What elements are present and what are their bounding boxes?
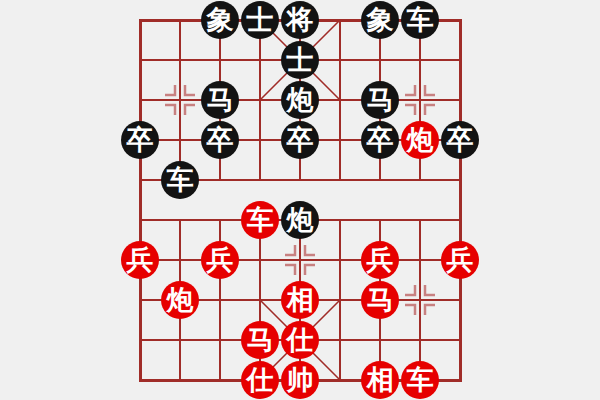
piece-red-advisor[interactable]: 仕 [241,361,279,399]
board-point: 象 [360,0,400,40]
board-point: 相 [280,280,320,320]
board-point: 兵 [200,240,240,280]
piece-black-pawn[interactable]: 卒 [201,121,239,159]
piece-red-pawn[interactable]: 兵 [121,241,159,279]
piece-black-advisor[interactable]: 士 [281,41,319,79]
board-point: 象 [200,0,240,40]
board-point: 炮 [160,280,200,320]
piece-red-chariot[interactable]: 车 [241,201,279,239]
board-grid[interactable]: 象士将象车士马炮马卒卒卒卒炮卒车车炮兵兵兵兵炮相马马仕仕帅相车 [120,0,480,400]
board-point: 兵 [360,240,400,280]
piece-black-chariot[interactable]: 车 [401,1,439,39]
piece-red-elephant[interactable]: 相 [361,361,399,399]
board-point: 士 [280,40,320,80]
board-point: 仕 [280,320,320,360]
board-point: 卒 [200,120,240,160]
board-point: 车 [400,360,440,400]
board-point: 车 [240,200,280,240]
piece-red-chariot[interactable]: 车 [401,361,439,399]
piece-red-pawn[interactable]: 兵 [201,241,239,279]
piece-black-king[interactable]: 将 [281,1,319,39]
piece-red-elephant[interactable]: 相 [281,281,319,319]
board-point: 仕 [240,360,280,400]
piece-black-elephant[interactable]: 象 [361,1,399,39]
board-point: 卒 [280,120,320,160]
piece-red-cannon[interactable]: 炮 [401,121,439,159]
piece-red-horse[interactable]: 马 [241,321,279,359]
board-point: 马 [360,80,400,120]
board-point: 卒 [120,120,160,160]
piece-black-horse[interactable]: 马 [361,81,399,119]
piece-black-horse[interactable]: 马 [201,81,239,119]
piece-black-pawn[interactable]: 卒 [361,121,399,159]
board-point: 帅 [280,360,320,400]
board-point: 马 [240,320,280,360]
board-point: 士 [240,0,280,40]
piece-black-advisor[interactable]: 士 [241,1,279,39]
piece-black-pawn[interactable]: 卒 [441,121,479,159]
piece-red-king[interactable]: 帅 [281,361,319,399]
piece-black-cannon[interactable]: 炮 [281,201,319,239]
piece-red-pawn[interactable]: 兵 [441,241,479,279]
piece-red-horse[interactable]: 马 [361,281,399,319]
board-point: 炮 [280,80,320,120]
board-point: 将 [280,0,320,40]
piece-black-pawn[interactable]: 卒 [121,121,159,159]
board-point: 车 [160,160,200,200]
piece-red-pawn[interactable]: 兵 [361,241,399,279]
board-point: 车 [400,0,440,40]
piece-black-cannon[interactable]: 炮 [281,81,319,119]
piece-red-advisor[interactable]: 仕 [281,321,319,359]
board-point: 兵 [120,240,160,280]
board-point: 卒 [360,120,400,160]
board-point: 炮 [280,200,320,240]
board-point: 马 [200,80,240,120]
board-point: 马 [360,280,400,320]
xiangqi-board-screenshot: 象士将象车士马炮马卒卒卒卒炮卒车车炮兵兵兵兵炮相马马仕仕帅相车 [0,0,600,400]
board-point: 卒 [440,120,480,160]
board-point: 兵 [440,240,480,280]
piece-black-chariot[interactable]: 车 [161,161,199,199]
board-point: 炮 [400,120,440,160]
piece-black-elephant[interactable]: 象 [201,1,239,39]
piece-red-cannon[interactable]: 炮 [161,281,199,319]
board-point: 相 [360,360,400,400]
piece-black-pawn[interactable]: 卒 [281,121,319,159]
